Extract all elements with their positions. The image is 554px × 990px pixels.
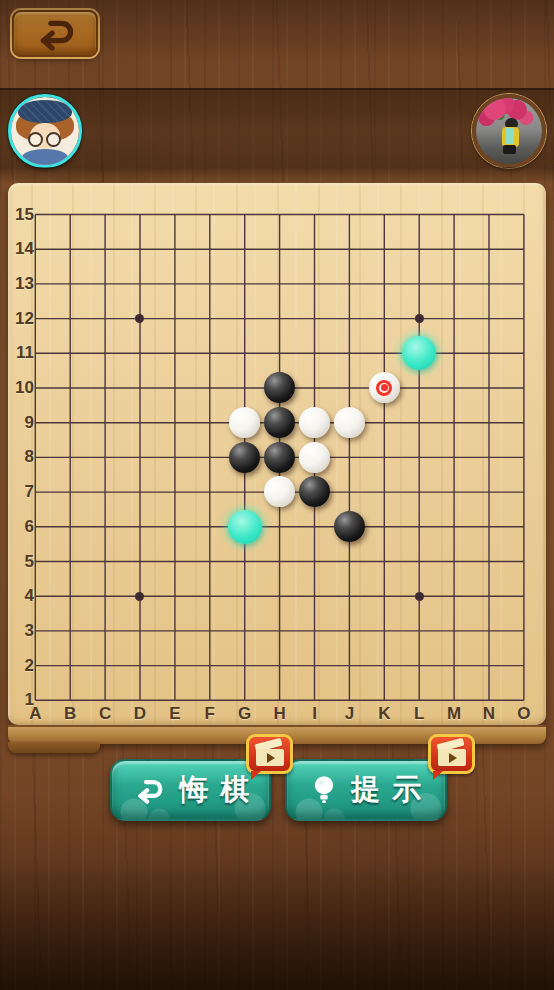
cell-H5[interactable]	[262, 544, 297, 579]
game-screen: 游客3578 萌 萌新5 01:57 忧忧 萌新3 萌 151413121110…	[0, 0, 554, 990]
cell-N9[interactable]	[471, 405, 506, 440]
cell-I11[interactable]	[297, 336, 332, 371]
board-ledge-tab	[8, 742, 100, 753]
cell-H12[interactable]	[262, 301, 297, 336]
cell-C4[interactable]	[88, 579, 123, 614]
cell-B11[interactable]	[53, 336, 88, 371]
cell-J8[interactable]	[332, 440, 367, 475]
col-label-O: O	[511, 704, 537, 724]
cell-L3[interactable]	[402, 613, 437, 648]
cell-K14[interactable]	[367, 232, 402, 267]
cell-D3[interactable]	[123, 613, 158, 648]
player-bar-shadow	[0, 167, 554, 183]
cell-K7[interactable]	[367, 475, 402, 510]
cell-G4[interactable]	[227, 579, 262, 614]
hint-button[interactable]: 提示	[285, 759, 447, 821]
cell-E6[interactable]	[157, 509, 192, 544]
cell-F2[interactable]	[192, 648, 227, 683]
cell-M2[interactable]	[437, 648, 472, 683]
row-label-3: 3	[8, 621, 34, 641]
cell-D9[interactable]	[123, 405, 158, 440]
cell-J6[interactable]	[332, 509, 367, 544]
cell-H3[interactable]	[262, 613, 297, 648]
cell-H7[interactable]	[262, 475, 297, 510]
cell-F12[interactable]	[192, 301, 227, 336]
cell-L4[interactable]	[402, 579, 437, 614]
stone-white-H7	[264, 476, 295, 507]
cell-H14[interactable]	[262, 232, 297, 267]
col-label-D: D	[127, 704, 153, 724]
col-label-A: A	[22, 704, 48, 724]
cell-C2[interactable]	[88, 648, 123, 683]
cell-J5[interactable]	[332, 544, 367, 579]
row-label-13: 13	[8, 274, 34, 294]
cell-O10[interactable]	[506, 371, 541, 406]
col-label-N: N	[476, 704, 502, 724]
col-label-K: K	[371, 704, 397, 724]
cell-H6[interactable]	[262, 509, 297, 544]
cell-F5[interactable]	[192, 544, 227, 579]
cell-N14[interactable]	[471, 232, 506, 267]
cell-G15[interactable]	[227, 197, 262, 232]
cell-B13[interactable]	[53, 267, 88, 302]
stone-black-H8	[264, 442, 295, 473]
cell-D4[interactable]	[123, 579, 158, 614]
cell-B5[interactable]	[53, 544, 88, 579]
cell-E11[interactable]	[157, 336, 192, 371]
cell-E2[interactable]	[157, 648, 192, 683]
clapperboard-icon	[438, 742, 466, 766]
cell-I6[interactable]	[297, 509, 332, 544]
cell-B8[interactable]	[53, 440, 88, 475]
col-label-I: I	[302, 704, 328, 724]
last-move-marker	[376, 380, 392, 396]
player-black-avatar-image	[11, 97, 79, 165]
cell-G5[interactable]	[227, 544, 262, 579]
cell-L15[interactable]	[402, 197, 437, 232]
cell-N15[interactable]	[471, 197, 506, 232]
cell-E14[interactable]	[157, 232, 192, 267]
cell-H10[interactable]	[262, 371, 297, 406]
cell-N8[interactable]	[471, 440, 506, 475]
player-white-avatar-image	[476, 98, 542, 164]
cell-O5[interactable]	[506, 544, 541, 579]
cell-C5[interactable]	[88, 544, 123, 579]
col-label-B: B	[57, 704, 83, 724]
cell-N6[interactable]	[471, 509, 506, 544]
cell-C15[interactable]	[88, 197, 123, 232]
stone-white-J9	[334, 407, 365, 438]
cell-O11[interactable]	[506, 336, 541, 371]
cell-B9[interactable]	[53, 405, 88, 440]
stone-highlight-L11	[402, 336, 436, 370]
cell-C3[interactable]	[88, 613, 123, 648]
cell-O6[interactable]	[506, 509, 541, 544]
player-black-avatar[interactable]	[8, 94, 82, 168]
cell-M11[interactable]	[437, 336, 472, 371]
row-label-8: 8	[8, 447, 34, 467]
cell-I2[interactable]	[297, 648, 332, 683]
cell-D15[interactable]	[123, 197, 158, 232]
cell-I3[interactable]	[297, 613, 332, 648]
hint-button-label: 提示	[351, 770, 433, 810]
cell-K10[interactable]	[367, 371, 402, 406]
cell-H4[interactable]	[262, 579, 297, 614]
cell-E5[interactable]	[157, 544, 192, 579]
cell-M7[interactable]	[437, 475, 472, 510]
stone-black-G8	[229, 442, 260, 473]
col-label-G: G	[232, 704, 258, 724]
cell-I4[interactable]	[297, 579, 332, 614]
cell-C7[interactable]	[88, 475, 123, 510]
cell-K12[interactable]	[367, 301, 402, 336]
cell-F7[interactable]	[192, 475, 227, 510]
undo-button-label: 悔棋	[180, 770, 262, 810]
cell-L5[interactable]	[402, 544, 437, 579]
cell-L13[interactable]	[402, 267, 437, 302]
cell-B2[interactable]	[53, 648, 88, 683]
cell-B12[interactable]	[53, 301, 88, 336]
cell-M4[interactable]	[437, 579, 472, 614]
cell-B4[interactable]	[53, 579, 88, 614]
col-label-L: L	[406, 704, 432, 724]
cell-F13[interactable]	[192, 267, 227, 302]
cell-K11[interactable]	[367, 336, 402, 371]
cell-K2[interactable]	[367, 648, 402, 683]
cell-I5[interactable]	[297, 544, 332, 579]
cell-N4[interactable]	[471, 579, 506, 614]
cell-E9[interactable]	[157, 405, 192, 440]
cell-C6[interactable]	[88, 509, 123, 544]
player-white-avatar[interactable]	[472, 94, 546, 168]
cell-L10[interactable]	[402, 371, 437, 406]
cell-G10[interactable]	[227, 371, 262, 406]
cell-E8[interactable]	[157, 440, 192, 475]
cell-M6[interactable]	[437, 509, 472, 544]
row-label-11: 11	[8, 343, 34, 363]
cell-E4[interactable]	[157, 579, 192, 614]
cell-C12[interactable]	[88, 301, 123, 336]
cell-L12[interactable]	[402, 301, 437, 336]
cell-K13[interactable]	[367, 267, 402, 302]
cell-F14[interactable]	[192, 232, 227, 267]
board-grid[interactable]	[18, 197, 542, 718]
cell-F3[interactable]	[192, 613, 227, 648]
cell-O3[interactable]	[506, 613, 541, 648]
player-bar: 游客3578 萌 萌新5 01:57 忧忧 萌新3 萌	[0, 88, 554, 167]
cell-G6[interactable]	[227, 509, 262, 544]
cell-L14[interactable]	[402, 232, 437, 267]
cell-F10[interactable]	[192, 371, 227, 406]
cell-M3[interactable]	[437, 613, 472, 648]
cell-M10[interactable]	[437, 371, 472, 406]
col-label-C: C	[92, 704, 118, 724]
bottom-vignette	[0, 860, 554, 990]
cell-G12[interactable]	[227, 301, 262, 336]
star-point-D12	[135, 314, 144, 323]
cell-H2[interactable]	[262, 648, 297, 683]
cell-L11[interactable]	[402, 336, 437, 371]
cell-N7[interactable]	[471, 475, 506, 510]
cell-K9[interactable]	[367, 405, 402, 440]
stone-white-I9	[299, 407, 330, 438]
cell-E15[interactable]	[157, 197, 192, 232]
cell-B3[interactable]	[53, 613, 88, 648]
cell-F15[interactable]	[192, 197, 227, 232]
cell-E12[interactable]	[157, 301, 192, 336]
cell-K5[interactable]	[367, 544, 402, 579]
cell-G14[interactable]	[227, 232, 262, 267]
cell-D12[interactable]	[123, 301, 158, 336]
cell-B6[interactable]	[53, 509, 88, 544]
cell-D10[interactable]	[123, 371, 158, 406]
cell-M8[interactable]	[437, 440, 472, 475]
cell-F6[interactable]	[192, 509, 227, 544]
back-arrow-icon	[32, 16, 78, 52]
cell-E3[interactable]	[157, 613, 192, 648]
cell-O14[interactable]	[506, 232, 541, 267]
cell-C10[interactable]	[88, 371, 123, 406]
cell-I10[interactable]	[297, 371, 332, 406]
cell-I12[interactable]	[297, 301, 332, 336]
stone-highlight-G6	[228, 510, 262, 544]
cell-F9[interactable]	[192, 405, 227, 440]
cell-M15[interactable]	[437, 197, 472, 232]
cell-J7[interactable]	[332, 475, 367, 510]
cell-J11[interactable]	[332, 336, 367, 371]
cell-K3[interactable]	[367, 613, 402, 648]
cell-N10[interactable]	[471, 371, 506, 406]
cell-C11[interactable]	[88, 336, 123, 371]
cell-J15[interactable]	[332, 197, 367, 232]
cell-I9[interactable]	[297, 405, 332, 440]
cell-B15[interactable]	[53, 197, 88, 232]
cell-O15[interactable]	[506, 197, 541, 232]
stone-black-H10	[264, 372, 295, 403]
cell-G2[interactable]	[227, 648, 262, 683]
cell-N3[interactable]	[471, 613, 506, 648]
cell-M14[interactable]	[437, 232, 472, 267]
star-point-L12	[415, 314, 424, 323]
cell-J14[interactable]	[332, 232, 367, 267]
cell-H15[interactable]	[262, 197, 297, 232]
row-label-10: 10	[8, 378, 34, 398]
cell-E13[interactable]	[157, 267, 192, 302]
cell-D14[interactable]	[123, 232, 158, 267]
cell-L8[interactable]	[402, 440, 437, 475]
row-label-4: 4	[8, 586, 34, 606]
cell-J13[interactable]	[332, 267, 367, 302]
cell-G3[interactable]	[227, 613, 262, 648]
cell-O4[interactable]	[506, 579, 541, 614]
back-button[interactable]	[12, 10, 98, 57]
cell-I15[interactable]	[297, 197, 332, 232]
cell-J2[interactable]	[332, 648, 367, 683]
cell-D13[interactable]	[123, 267, 158, 302]
hint-video-badge[interactable]	[428, 734, 475, 774]
cell-D5[interactable]	[123, 544, 158, 579]
col-label-E: E	[162, 704, 188, 724]
undo-arrow-icon	[132, 777, 166, 804]
cell-J3[interactable]	[332, 613, 367, 648]
stone-black-I7	[299, 476, 330, 507]
lightbulb-icon	[311, 774, 337, 806]
cell-N11[interactable]	[471, 336, 506, 371]
stone-white-G9	[229, 407, 260, 438]
cell-N2[interactable]	[471, 648, 506, 683]
col-label-H: H	[267, 704, 293, 724]
cell-G7[interactable]	[227, 475, 262, 510]
cell-N12[interactable]	[471, 301, 506, 336]
cell-C14[interactable]	[88, 232, 123, 267]
cell-G8[interactable]	[227, 440, 262, 475]
cell-J10[interactable]	[332, 371, 367, 406]
cell-E7[interactable]	[157, 475, 192, 510]
col-label-J: J	[336, 704, 362, 724]
cell-K4[interactable]	[367, 579, 402, 614]
cell-G11[interactable]	[227, 336, 262, 371]
cell-D7[interactable]	[123, 475, 158, 510]
cell-F4[interactable]	[192, 579, 227, 614]
cell-C13[interactable]	[88, 267, 123, 302]
cell-K6[interactable]	[367, 509, 402, 544]
cell-D8[interactable]	[123, 440, 158, 475]
cell-N5[interactable]	[471, 544, 506, 579]
col-label-F: F	[197, 704, 223, 724]
stone-white-I8	[299, 442, 330, 473]
play-triangle-icon	[267, 753, 275, 763]
cell-O8[interactable]	[506, 440, 541, 475]
cell-B7[interactable]	[53, 475, 88, 510]
stone-black-J6	[334, 511, 365, 542]
row-label-12: 12	[8, 309, 34, 329]
cell-L6[interactable]	[402, 509, 437, 544]
cell-L2[interactable]	[402, 648, 437, 683]
cell-E10[interactable]	[157, 371, 192, 406]
cell-C8[interactable]	[88, 440, 123, 475]
cell-G9[interactable]	[227, 405, 262, 440]
cell-H8[interactable]	[262, 440, 297, 475]
cell-M12[interactable]	[437, 301, 472, 336]
row-label-7: 7	[8, 482, 34, 502]
cell-B14[interactable]	[53, 232, 88, 267]
row-label-5: 5	[8, 552, 34, 572]
cell-O9[interactable]	[506, 405, 541, 440]
cell-H11[interactable]	[262, 336, 297, 371]
row-label-14: 14	[8, 239, 34, 259]
cell-N13[interactable]	[471, 267, 506, 302]
cell-K8[interactable]	[367, 440, 402, 475]
cell-G13[interactable]	[227, 267, 262, 302]
star-point-D4	[135, 592, 144, 601]
cell-M5[interactable]	[437, 544, 472, 579]
cell-I14[interactable]	[297, 232, 332, 267]
cell-O12[interactable]	[506, 301, 541, 336]
cell-O7[interactable]	[506, 475, 541, 510]
stone-black-H9	[264, 407, 295, 438]
cell-M9[interactable]	[437, 405, 472, 440]
star-point-L4	[415, 592, 424, 601]
stone-white-K10	[369, 372, 400, 403]
cell-B10[interactable]	[53, 371, 88, 406]
cell-D11[interactable]	[123, 336, 158, 371]
cell-I13[interactable]	[297, 267, 332, 302]
cell-I8[interactable]	[297, 440, 332, 475]
cell-O2[interactable]	[506, 648, 541, 683]
cell-F11[interactable]	[192, 336, 227, 371]
cell-K15[interactable]	[367, 197, 402, 232]
row-label-2: 2	[8, 656, 34, 676]
cell-J12[interactable]	[332, 301, 367, 336]
cell-M13[interactable]	[437, 267, 472, 302]
clapperboard-icon	[256, 742, 284, 766]
cell-I7[interactable]	[297, 475, 332, 510]
row-label-9: 9	[8, 413, 34, 433]
cell-O13[interactable]	[506, 267, 541, 302]
cell-F8[interactable]	[192, 440, 227, 475]
cell-D2[interactable]	[123, 648, 158, 683]
cell-H13[interactable]	[262, 267, 297, 302]
row-label-6: 6	[8, 517, 34, 537]
cell-D6[interactable]	[123, 509, 158, 544]
cell-L7[interactable]	[402, 475, 437, 510]
cell-C9[interactable]	[88, 405, 123, 440]
row-label-15: 15	[8, 205, 34, 225]
cell-J4[interactable]	[332, 579, 367, 614]
cell-H9[interactable]	[262, 405, 297, 440]
cell-L9[interactable]	[402, 405, 437, 440]
col-label-M: M	[441, 704, 467, 724]
play-triangle-icon	[449, 753, 457, 763]
cell-J9[interactable]	[332, 405, 367, 440]
board-panel: 151413121110987654321ABCDEFGHIJKLMNO	[8, 183, 546, 725]
undo-video-badge[interactable]	[246, 734, 293, 774]
